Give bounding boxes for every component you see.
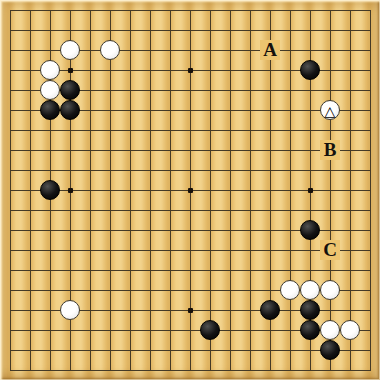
white-stone: △ [320, 100, 340, 120]
white-stone [40, 60, 60, 80]
star-point [68, 68, 73, 73]
star-point [308, 188, 313, 193]
triangle-mark-icon: △ [321, 101, 339, 119]
star-point [188, 188, 193, 193]
black-stone [300, 220, 320, 240]
point-label-C: C [320, 240, 340, 260]
black-stone [320, 340, 340, 360]
white-stone [100, 40, 120, 60]
white-stone [280, 280, 300, 300]
white-stone [320, 280, 340, 300]
black-stone [300, 300, 320, 320]
white-stone [340, 320, 360, 340]
point-label-B: B [320, 140, 340, 160]
white-stone [60, 300, 80, 320]
black-stone [200, 320, 220, 340]
black-stone [60, 80, 80, 100]
white-stone [320, 320, 340, 340]
star-point [188, 68, 193, 73]
black-stone [60, 100, 80, 120]
white-stone [60, 40, 80, 60]
star-point [68, 188, 73, 193]
black-stone [40, 100, 60, 120]
black-stone [40, 180, 60, 200]
black-stone [300, 60, 320, 80]
white-stone [300, 280, 320, 300]
star-point [188, 308, 193, 313]
black-stone [260, 300, 280, 320]
go-board: △ABC [0, 0, 380, 380]
black-stone [300, 320, 320, 340]
white-stone [40, 80, 60, 100]
point-label-A: A [260, 40, 280, 60]
